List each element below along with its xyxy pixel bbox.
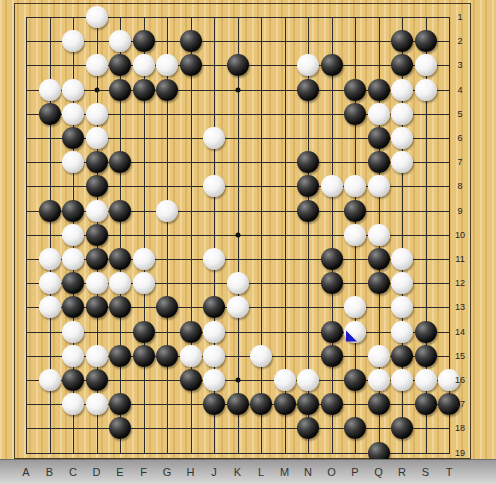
black-stone-F15[interactable]	[133, 345, 155, 367]
column-label-P: P	[351, 466, 358, 478]
white-stone-E12[interactable]	[109, 272, 131, 294]
row-label-13: 13	[455, 302, 465, 312]
black-stone-B5[interactable]	[39, 103, 61, 125]
black-stone-S17[interactable]	[415, 393, 437, 415]
white-stone-M16[interactable]	[274, 369, 296, 391]
black-stone-R18[interactable]	[391, 417, 413, 439]
row-label-11: 11	[455, 254, 464, 264]
row-label-15: 15	[455, 351, 465, 361]
star-point	[94, 87, 99, 92]
white-stone-Q10[interactable]	[368, 224, 390, 246]
column-label-G: G	[163, 466, 172, 478]
black-stone-K17[interactable]	[227, 393, 249, 415]
white-stone-E2[interactable]	[109, 30, 131, 52]
white-stone-F11[interactable]	[133, 248, 155, 270]
black-stone-Q12[interactable]	[368, 272, 390, 294]
black-stone-G13[interactable]	[156, 296, 178, 318]
white-stone-P13[interactable]	[344, 296, 366, 318]
row-label-5: 5	[457, 109, 462, 119]
black-stone-D16[interactable]	[86, 369, 108, 391]
black-stone-M17[interactable]	[274, 393, 296, 415]
row-label-4: 4	[457, 85, 462, 95]
black-stone-C12[interactable]	[62, 272, 84, 294]
white-stone-K13[interactable]	[227, 296, 249, 318]
white-stone-J16[interactable]	[203, 369, 225, 391]
column-label-M: M	[280, 466, 289, 478]
white-stone-B12[interactable]	[39, 272, 61, 294]
black-stone-E3[interactable]	[109, 54, 131, 76]
black-stone-C6[interactable]	[62, 127, 84, 149]
white-stone-R4[interactable]	[391, 79, 413, 101]
black-stone-O15[interactable]	[321, 345, 343, 367]
row-label-14: 14	[455, 327, 465, 337]
row-label-19: 19	[455, 448, 465, 458]
white-stone-Q15[interactable]	[368, 345, 390, 367]
column-label-B: B	[46, 466, 53, 478]
white-stone-J15[interactable]	[203, 345, 225, 367]
black-stone-H2[interactable]	[180, 30, 202, 52]
black-stone-O3[interactable]	[321, 54, 343, 76]
grid-line-horizontal	[26, 428, 450, 429]
black-stone-O12[interactable]	[321, 272, 343, 294]
black-stone-P5[interactable]	[344, 103, 366, 125]
white-stone-H15[interactable]	[180, 345, 202, 367]
row-label-17: 17	[455, 399, 465, 409]
column-label-N: N	[304, 466, 312, 478]
column-label-J: J	[211, 466, 217, 478]
row-label-3: 3	[457, 60, 462, 70]
black-stone-D11[interactable]	[86, 248, 108, 270]
black-stone-N8[interactable]	[297, 175, 319, 197]
white-stone-J8[interactable]	[203, 175, 225, 197]
white-stone-R16[interactable]	[391, 369, 413, 391]
black-stone-E7[interactable]	[109, 151, 131, 173]
black-stone-N4[interactable]	[297, 79, 319, 101]
black-stone-O11[interactable]	[321, 248, 343, 270]
column-label-A: A	[22, 466, 29, 478]
black-stone-F4[interactable]	[133, 79, 155, 101]
white-stone-G9[interactable]	[156, 200, 178, 222]
white-stone-C10[interactable]	[62, 224, 84, 246]
white-stone-L15[interactable]	[250, 345, 272, 367]
grid-line-horizontal	[26, 332, 450, 333]
white-stone-S3[interactable]	[415, 54, 437, 76]
row-label-16: 16	[455, 375, 465, 385]
white-stone-B4[interactable]	[39, 79, 61, 101]
white-stone-B13[interactable]	[39, 296, 61, 318]
black-stone-N17[interactable]	[297, 393, 319, 415]
white-stone-P14[interactable]	[344, 321, 366, 343]
black-stone-Q17[interactable]	[368, 393, 390, 415]
black-stone-O17[interactable]	[321, 393, 343, 415]
white-stone-D15[interactable]	[86, 345, 108, 367]
grid-line-vertical	[261, 17, 262, 454]
white-stone-Q5[interactable]	[368, 103, 390, 125]
white-stone-C5[interactable]	[62, 103, 84, 125]
go-app-window: 12345678910111213141516171819 ABCDEFGHJK…	[0, 0, 496, 484]
white-stone-C7[interactable]	[62, 151, 84, 173]
column-label-L: L	[258, 466, 264, 478]
black-stone-R3[interactable]	[391, 54, 413, 76]
black-stone-Q4[interactable]	[368, 79, 390, 101]
white-stone-P10[interactable]	[344, 224, 366, 246]
column-label-S: S	[422, 466, 429, 478]
column-label-R: R	[398, 466, 406, 478]
column-label-E: E	[116, 466, 123, 478]
white-stone-R5[interactable]	[391, 103, 413, 125]
black-stone-R15[interactable]	[391, 345, 413, 367]
black-stone-C16[interactable]	[62, 369, 84, 391]
white-stone-D9[interactable]	[86, 200, 108, 222]
black-stone-D7[interactable]	[86, 151, 108, 173]
black-stone-E15[interactable]	[109, 345, 131, 367]
column-label-F: F	[140, 466, 147, 478]
black-stone-H14[interactable]	[180, 321, 202, 343]
white-stone-D6[interactable]	[86, 127, 108, 149]
black-stone-P9[interactable]	[344, 200, 366, 222]
row-label-10: 10	[455, 230, 465, 240]
white-stone-F12[interactable]	[133, 272, 155, 294]
black-stone-Q7[interactable]	[368, 151, 390, 173]
white-stone-P8[interactable]	[344, 175, 366, 197]
white-stone-C2[interactable]	[62, 30, 84, 52]
black-stone-F2[interactable]	[133, 30, 155, 52]
white-stone-K12[interactable]	[227, 272, 249, 294]
black-stone-N9[interactable]	[297, 200, 319, 222]
black-stone-J17[interactable]	[203, 393, 225, 415]
row-label-2: 2	[457, 36, 462, 46]
white-stone-J11[interactable]	[203, 248, 225, 270]
black-stone-L17[interactable]	[250, 393, 272, 415]
star-point	[235, 378, 240, 383]
black-stone-H3[interactable]	[180, 54, 202, 76]
white-stone-D12[interactable]	[86, 272, 108, 294]
column-label-T: T	[446, 466, 453, 478]
row-label-6: 6	[457, 133, 462, 143]
white-stone-R14[interactable]	[391, 321, 413, 343]
black-stone-J13[interactable]	[203, 296, 225, 318]
black-stone-E13[interactable]	[109, 296, 131, 318]
row-label-18: 18	[455, 423, 465, 433]
white-stone-C17[interactable]	[62, 393, 84, 415]
row-label-9: 9	[457, 206, 462, 216]
white-stone-R13[interactable]	[391, 296, 413, 318]
black-stone-D8[interactable]	[86, 175, 108, 197]
black-stone-C9[interactable]	[62, 200, 84, 222]
black-stone-E17[interactable]	[109, 393, 131, 415]
column-label-H: H	[187, 466, 195, 478]
black-stone-R2[interactable]	[391, 30, 413, 52]
column-label-K: K	[234, 466, 241, 478]
white-stone-N16[interactable]	[297, 369, 319, 391]
white-stone-C15[interactable]	[62, 345, 84, 367]
white-stone-S16[interactable]	[415, 369, 437, 391]
black-stone-E4[interactable]	[109, 79, 131, 101]
white-stone-G3[interactable]	[156, 54, 178, 76]
white-stone-R7[interactable]	[391, 151, 413, 173]
black-stone-Q6[interactable]	[368, 127, 390, 149]
white-stone-F3[interactable]	[133, 54, 155, 76]
white-stone-B11[interactable]	[39, 248, 61, 270]
white-stone-C14[interactable]	[62, 321, 84, 343]
black-stone-Q11[interactable]	[368, 248, 390, 270]
white-stone-D17[interactable]	[86, 393, 108, 415]
column-label-bar: ABCDEFGHJKLMNOPQRST	[0, 459, 496, 484]
black-stone-F14[interactable]	[133, 321, 155, 343]
row-label-7: 7	[457, 157, 462, 167]
black-stone-E11[interactable]	[109, 248, 131, 270]
row-label-1: 1	[457, 12, 462, 22]
white-stone-R12[interactable]	[391, 272, 413, 294]
column-label-C: C	[69, 466, 77, 478]
white-stone-Q16[interactable]	[368, 369, 390, 391]
white-stone-C11[interactable]	[62, 248, 84, 270]
last-move-marker	[346, 331, 357, 342]
white-stone-B16[interactable]	[39, 369, 61, 391]
black-stone-P16[interactable]	[344, 369, 366, 391]
star-point	[235, 232, 240, 237]
black-stone-P18[interactable]	[344, 417, 366, 439]
black-stone-D10[interactable]	[86, 224, 108, 246]
black-stone-S14[interactable]	[415, 321, 437, 343]
black-stone-D13[interactable]	[86, 296, 108, 318]
black-stone-H16[interactable]	[180, 369, 202, 391]
white-stone-J14[interactable]	[203, 321, 225, 343]
black-stone-S15[interactable]	[415, 345, 437, 367]
black-stone-K3[interactable]	[227, 54, 249, 76]
black-stone-G4[interactable]	[156, 79, 178, 101]
white-stone-N3[interactable]	[297, 54, 319, 76]
white-stone-O8[interactable]	[321, 175, 343, 197]
grid-line-vertical	[332, 17, 333, 454]
black-stone-S2[interactable]	[415, 30, 437, 52]
black-stone-O14[interactable]	[321, 321, 343, 343]
white-stone-J6[interactable]	[203, 127, 225, 149]
black-stone-B9[interactable]	[39, 200, 61, 222]
white-stone-D3[interactable]	[86, 54, 108, 76]
white-stone-D5[interactable]	[86, 103, 108, 125]
column-label-O: O	[327, 466, 336, 478]
black-stone-G15[interactable]	[156, 345, 178, 367]
white-stone-R11[interactable]	[391, 248, 413, 270]
black-stone-C13[interactable]	[62, 296, 84, 318]
white-stone-R6[interactable]	[391, 127, 413, 149]
black-stone-E9[interactable]	[109, 200, 131, 222]
black-stone-E18[interactable]	[109, 417, 131, 439]
star-point	[235, 87, 240, 92]
white-stone-D1[interactable]	[86, 6, 108, 28]
black-stone-N18[interactable]	[297, 417, 319, 439]
column-label-Q: Q	[374, 466, 383, 478]
row-label-8: 8	[457, 181, 462, 191]
black-stone-N7[interactable]	[297, 151, 319, 173]
row-label-12: 12	[455, 278, 465, 288]
column-label-D: D	[93, 466, 101, 478]
black-stone-P4[interactable]	[344, 79, 366, 101]
white-stone-S4[interactable]	[415, 79, 437, 101]
white-stone-Q8[interactable]	[368, 175, 390, 197]
white-stone-C4[interactable]	[62, 79, 84, 101]
